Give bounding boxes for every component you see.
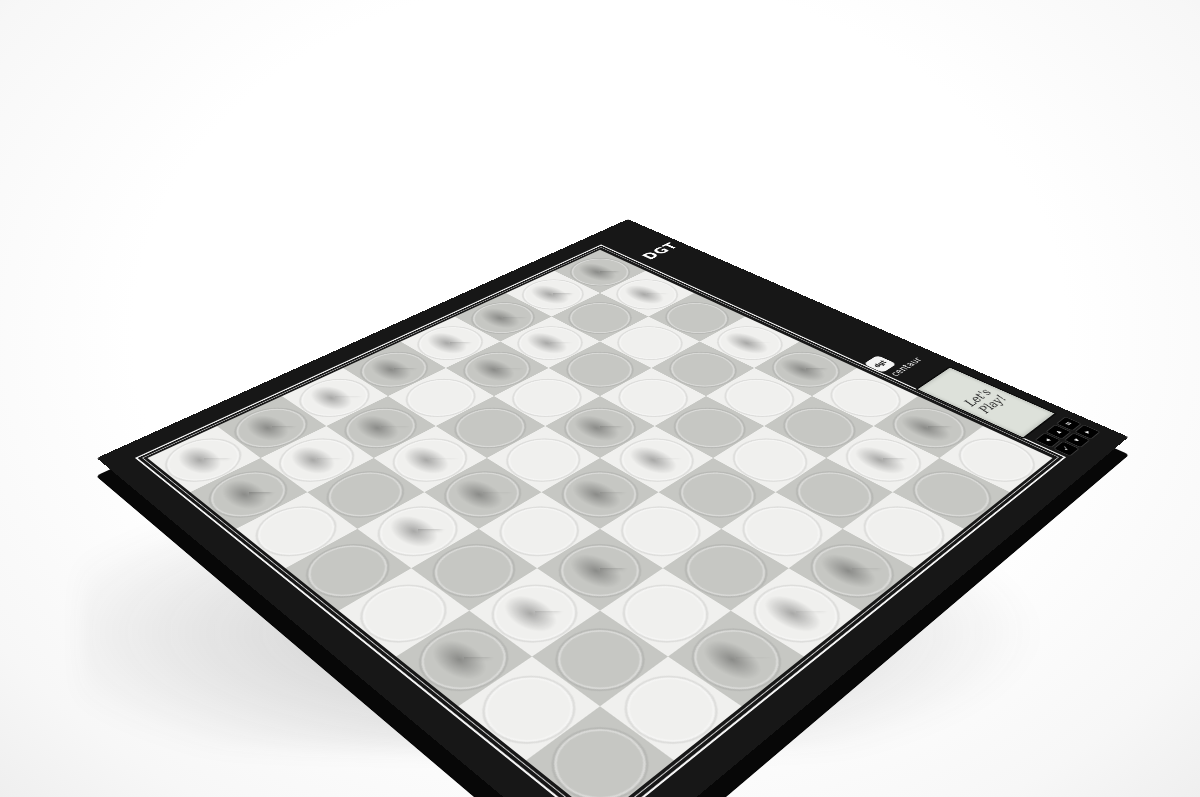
screen-text: Let's Play! bbox=[960, 387, 1011, 415]
electronic-chess-board: DGT dgtcentaur Let's Play! ◂▴≡✓▾▸ ♜♝♞♝♟♜… bbox=[97, 219, 1129, 797]
board-3d-tilt: DGT dgtcentaur Let's Play! ◂▴≡✓▾▸ ♜♝♞♝♟♜… bbox=[97, 219, 1129, 797]
scene: DGT dgtcentaur Let's Play! ◂▴≡✓▾▸ ♜♝♞♝♟♜… bbox=[0, 0, 1200, 797]
centaur-logo-word: centaur bbox=[888, 356, 925, 378]
